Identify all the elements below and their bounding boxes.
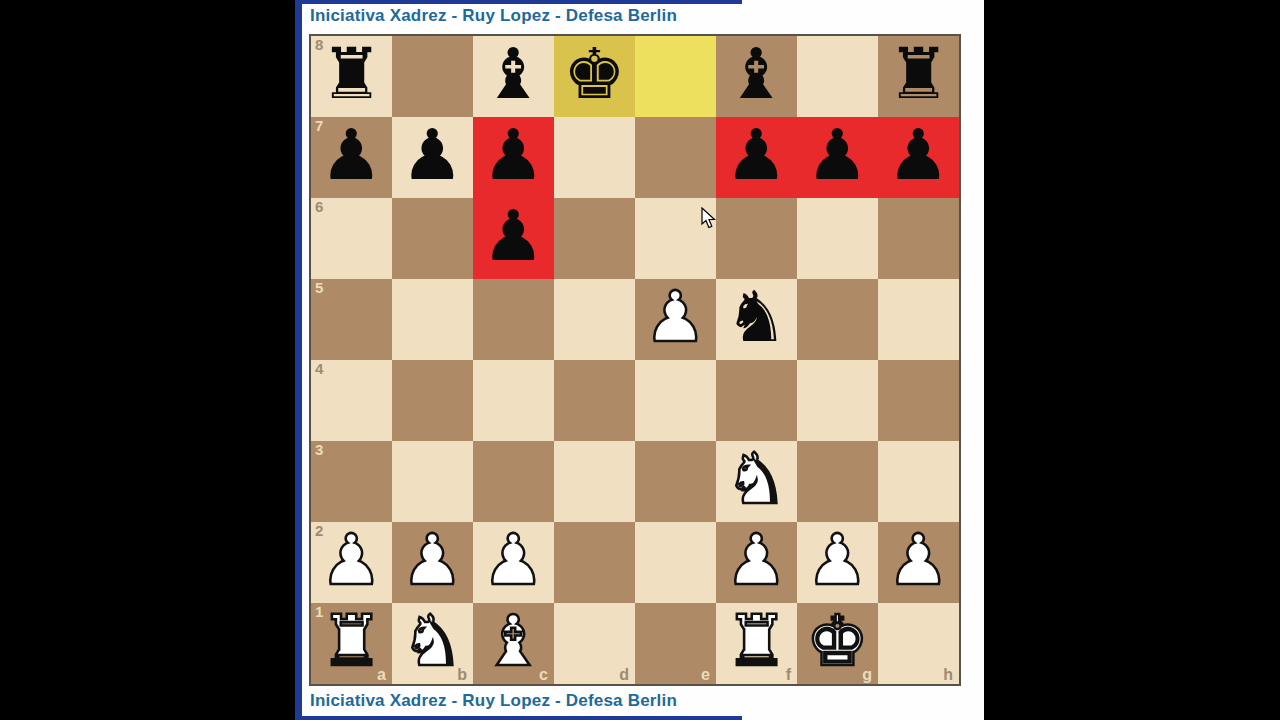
file-label-c: c	[539, 667, 548, 683]
square-c7[interactable]: ♟	[473, 117, 554, 198]
white-pawn-f2: ♟	[716, 522, 797, 603]
top-accent-bar	[295, 0, 742, 4]
black-pawn-g7: ♟	[797, 117, 878, 198]
file-label-g: g	[862, 667, 872, 683]
square-g3[interactable]	[797, 441, 878, 522]
square-g7[interactable]: ♟	[797, 117, 878, 198]
white-pawn-e5: ♟	[635, 279, 716, 360]
square-d7[interactable]	[554, 117, 635, 198]
square-h5[interactable]	[878, 279, 959, 360]
rank-label-6: 6	[315, 199, 323, 214]
square-g6[interactable]	[797, 198, 878, 279]
square-c5[interactable]	[473, 279, 554, 360]
square-f4[interactable]	[716, 360, 797, 441]
square-c2[interactable]: ♟	[473, 522, 554, 603]
square-g2[interactable]: ♟	[797, 522, 878, 603]
rank-label-1: 1	[315, 604, 323, 619]
square-b3[interactable]	[392, 441, 473, 522]
rank-label-3: 3	[315, 442, 323, 457]
black-pawn-h7: ♟	[878, 117, 959, 198]
square-a5[interactable]: 5	[311, 279, 392, 360]
square-c4[interactable]	[473, 360, 554, 441]
rank-label-2: 2	[315, 523, 323, 538]
black-pawn-c6: ♟	[473, 198, 554, 279]
square-h8[interactable]: ♜	[878, 36, 959, 117]
square-b7[interactable]: ♟	[392, 117, 473, 198]
file-label-h: h	[943, 667, 953, 683]
square-d3[interactable]	[554, 441, 635, 522]
square-d1[interactable]: d	[554, 603, 635, 684]
square-h6[interactable]	[878, 198, 959, 279]
square-f8[interactable]: ♝	[716, 36, 797, 117]
black-king-d8: ♚	[554, 36, 635, 117]
square-c6[interactable]: ♟	[473, 198, 554, 279]
square-a2[interactable]: 2♟	[311, 522, 392, 603]
square-a1[interactable]: 1a♜	[311, 603, 392, 684]
square-g5[interactable]	[797, 279, 878, 360]
file-label-f: f	[786, 667, 791, 683]
file-label-e: e	[701, 667, 710, 683]
square-h4[interactable]	[878, 360, 959, 441]
left-accent-bar	[295, 0, 302, 720]
square-h3[interactable]	[878, 441, 959, 522]
chess-board: 8♜♝♚♝♜7♟♟♟♟♟♟6♟5♟♞43♞2♟♟♟♟♟♟1a♜b♞c♝def♜g…	[309, 34, 961, 686]
file-label-a: a	[377, 667, 386, 683]
white-pawn-h2: ♟	[878, 522, 959, 603]
black-bishop-f8: ♝	[716, 36, 797, 117]
rank-label-4: 4	[315, 361, 323, 376]
square-b6[interactable]	[392, 198, 473, 279]
white-knight-f3: ♞	[716, 441, 797, 522]
square-a8[interactable]: 8♜	[311, 36, 392, 117]
square-d6[interactable]	[554, 198, 635, 279]
black-knight-f5: ♞	[716, 279, 797, 360]
square-e5[interactable]: ♟	[635, 279, 716, 360]
bottom-accent-bar	[295, 716, 742, 720]
square-e7[interactable]	[635, 117, 716, 198]
square-e2[interactable]	[635, 522, 716, 603]
square-c1[interactable]: c♝	[473, 603, 554, 684]
file-label-b: b	[457, 667, 467, 683]
square-f3[interactable]: ♞	[716, 441, 797, 522]
white-pawn-b2: ♟	[392, 522, 473, 603]
square-d5[interactable]	[554, 279, 635, 360]
page-title-footer: Iniciativa Xadrez - Ruy Lopez - Defesa B…	[310, 691, 677, 711]
black-pawn-f7: ♟	[716, 117, 797, 198]
square-h7[interactable]: ♟	[878, 117, 959, 198]
square-d2[interactable]	[554, 522, 635, 603]
square-b4[interactable]	[392, 360, 473, 441]
black-bishop-c8: ♝	[473, 36, 554, 117]
square-a6[interactable]: 6	[311, 198, 392, 279]
square-f2[interactable]: ♟	[716, 522, 797, 603]
square-c3[interactable]	[473, 441, 554, 522]
square-b1[interactable]: b♞	[392, 603, 473, 684]
square-d8[interactable]: ♚	[554, 36, 635, 117]
black-rook-h8: ♜	[878, 36, 959, 117]
square-b5[interactable]	[392, 279, 473, 360]
white-pawn-g2: ♟	[797, 522, 878, 603]
square-g4[interactable]	[797, 360, 878, 441]
square-h2[interactable]: ♟	[878, 522, 959, 603]
square-b2[interactable]: ♟	[392, 522, 473, 603]
rank-label-8: 8	[315, 37, 323, 52]
rank-label-7: 7	[315, 118, 323, 133]
square-e4[interactable]	[635, 360, 716, 441]
black-pawn-c7: ♟	[473, 117, 554, 198]
file-label-d: d	[619, 667, 629, 683]
square-f5[interactable]: ♞	[716, 279, 797, 360]
square-e8[interactable]	[635, 36, 716, 117]
square-e1[interactable]: e	[635, 603, 716, 684]
square-g1[interactable]: g♚	[797, 603, 878, 684]
square-a4[interactable]: 4	[311, 360, 392, 441]
square-e3[interactable]	[635, 441, 716, 522]
square-e6[interactable]	[635, 198, 716, 279]
white-pawn-c2: ♟	[473, 522, 554, 603]
rank-label-5: 5	[315, 280, 323, 295]
square-h1[interactable]: h	[878, 603, 959, 684]
square-f1[interactable]: f♜	[716, 603, 797, 684]
black-pawn-b7: ♟	[392, 117, 473, 198]
square-c8[interactable]: ♝	[473, 36, 554, 117]
square-d4[interactable]	[554, 360, 635, 441]
square-f7[interactable]: ♟	[716, 117, 797, 198]
square-b8[interactable]	[392, 36, 473, 117]
square-f6[interactable]	[716, 198, 797, 279]
page-title: Iniciativa Xadrez - Ruy Lopez - Defesa B…	[310, 6, 677, 26]
square-a7[interactable]: 7♟	[311, 117, 392, 198]
square-a3[interactable]: 3	[311, 441, 392, 522]
square-g8[interactable]	[797, 36, 878, 117]
